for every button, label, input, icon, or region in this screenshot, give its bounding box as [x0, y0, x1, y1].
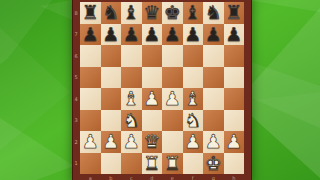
piece-white-bishop-icon: ♝ [183, 88, 204, 110]
square-e4[interactable]: ♟ [162, 88, 183, 110]
square-b7[interactable]: ♟ [101, 24, 122, 46]
piece-white-pawn-icon: ♟ [162, 88, 183, 110]
file-label-b: b [101, 174, 122, 180]
square-b8[interactable]: ♞ [101, 2, 122, 24]
piece-white-rook-icon: ♜ [142, 153, 163, 175]
file-label-e: e [162, 174, 183, 180]
square-d8[interactable]: ♛ [142, 2, 163, 24]
square-h2[interactable]: ♟ [224, 131, 245, 153]
square-a3[interactable] [80, 110, 101, 132]
file-labels: abcdefgh [80, 174, 244, 180]
square-b1[interactable] [101, 153, 122, 175]
piece-white-pawn-icon: ♟ [203, 131, 224, 153]
piece-black-pawn-icon: ♟ [121, 24, 142, 46]
piece-black-pawn-icon: ♟ [183, 24, 204, 46]
square-f3[interactable]: ♞ [183, 110, 204, 132]
file-label-f: f [183, 174, 204, 180]
rank-label-3: 3 [72, 110, 80, 132]
piece-white-pawn-icon: ♟ [101, 131, 122, 153]
file-label-g: g [203, 174, 224, 180]
square-f5[interactable] [183, 67, 204, 89]
square-f7[interactable]: ♟ [183, 24, 204, 46]
square-e1[interactable]: ♜ [162, 153, 183, 175]
square-g7[interactable]: ♟ [203, 24, 224, 46]
square-d4[interactable]: ♟ [142, 88, 163, 110]
square-h7[interactable]: ♟ [224, 24, 245, 46]
square-c3[interactable]: ♞ [121, 110, 142, 132]
square-f6[interactable] [183, 45, 204, 67]
square-b5[interactable] [101, 67, 122, 89]
square-g2[interactable]: ♟ [203, 131, 224, 153]
piece-black-rook-icon: ♜ [224, 2, 245, 24]
square-g4[interactable] [203, 88, 224, 110]
square-b3[interactable] [101, 110, 122, 132]
square-a5[interactable] [80, 67, 101, 89]
square-h8[interactable]: ♜ [224, 2, 245, 24]
square-f8[interactable]: ♝ [183, 2, 204, 24]
piece-black-pawn-icon: ♟ [101, 24, 122, 46]
square-e6[interactable] [162, 45, 183, 67]
piece-black-king-icon: ♚ [162, 2, 183, 24]
piece-white-queen-icon: ♛ [142, 131, 163, 153]
piece-white-bishop-icon: ♝ [121, 88, 142, 110]
piece-white-knight-icon: ♞ [121, 110, 142, 132]
rank-label-2: 2 [72, 131, 80, 153]
square-a8[interactable]: ♜ [80, 2, 101, 24]
square-f2[interactable]: ♟ [183, 131, 204, 153]
piece-black-pawn-icon: ♟ [162, 24, 183, 46]
piece-white-rook-icon: ♜ [162, 153, 183, 175]
board-grid: ♜♞♝♛♚♝♞♜♟♟♟♟♟♟♟♟♝♟♟♝♞♞♟♟♟♛♟♟♟♜♜♚ [80, 2, 244, 174]
square-c6[interactable] [121, 45, 142, 67]
square-c4[interactable]: ♝ [121, 88, 142, 110]
rank-label-4: 4 [72, 88, 80, 110]
rank-labels: 87654321 [72, 2, 80, 174]
piece-black-pawn-icon: ♟ [142, 24, 163, 46]
piece-black-bishop-icon: ♝ [121, 2, 142, 24]
square-f4[interactable]: ♝ [183, 88, 204, 110]
square-g8[interactable]: ♞ [203, 2, 224, 24]
rank-label-7: 7 [72, 24, 80, 46]
square-c2[interactable]: ♟ [121, 131, 142, 153]
piece-black-pawn-icon: ♟ [80, 24, 101, 46]
square-a6[interactable] [80, 45, 101, 67]
square-b2[interactable]: ♟ [101, 131, 122, 153]
piece-white-pawn-icon: ♟ [224, 131, 245, 153]
file-label-c: c [121, 174, 142, 180]
square-e3[interactable] [162, 110, 183, 132]
square-g5[interactable] [203, 67, 224, 89]
piece-white-pawn-icon: ♟ [80, 131, 101, 153]
rank-label-5: 5 [72, 67, 80, 89]
square-c7[interactable]: ♟ [121, 24, 142, 46]
square-h5[interactable] [224, 67, 245, 89]
square-d5[interactable] [142, 67, 163, 89]
piece-black-rook-icon: ♜ [80, 2, 101, 24]
square-g3[interactable] [203, 110, 224, 132]
square-a1[interactable] [80, 153, 101, 175]
square-b4[interactable] [101, 88, 122, 110]
piece-white-pawn-icon: ♟ [142, 88, 163, 110]
square-h3[interactable] [224, 110, 245, 132]
square-c5[interactable] [121, 67, 142, 89]
square-h4[interactable] [224, 88, 245, 110]
piece-white-pawn-icon: ♟ [121, 131, 142, 153]
rank-label-6: 6 [72, 45, 80, 67]
piece-white-king-icon: ♚ [203, 153, 224, 175]
square-h1[interactable] [224, 153, 245, 175]
square-a4[interactable] [80, 88, 101, 110]
square-g1[interactable]: ♚ [203, 153, 224, 175]
square-g6[interactable] [203, 45, 224, 67]
square-a7[interactable]: ♟ [80, 24, 101, 46]
square-e8[interactable]: ♚ [162, 2, 183, 24]
square-e5[interactable] [162, 67, 183, 89]
square-a2[interactable]: ♟ [80, 131, 101, 153]
piece-white-pawn-icon: ♟ [183, 131, 204, 153]
square-c1[interactable] [121, 153, 142, 175]
piece-black-bishop-icon: ♝ [183, 2, 204, 24]
file-label-h: h [224, 174, 245, 180]
square-e7[interactable]: ♟ [162, 24, 183, 46]
piece-black-queen-icon: ♛ [142, 2, 163, 24]
square-d6[interactable] [142, 45, 163, 67]
square-d3[interactable] [142, 110, 163, 132]
square-c8[interactable]: ♝ [121, 2, 142, 24]
square-b6[interactable] [101, 45, 122, 67]
square-f1[interactable] [183, 153, 204, 175]
screenshot-stage: 87654321 ♜♞♝♛♚♝♞♜♟♟♟♟♟♟♟♟♝♟♟♝♞♞♟♟♟♛♟♟♟♜♜… [0, 0, 320, 180]
file-label-a: a [80, 174, 101, 180]
rank-label-1: 1 [72, 153, 80, 175]
piece-black-pawn-icon: ♟ [224, 24, 245, 46]
square-d1[interactable]: ♜ [142, 153, 163, 175]
square-h6[interactable] [224, 45, 245, 67]
square-d7[interactable]: ♟ [142, 24, 163, 46]
square-e2[interactable] [162, 131, 183, 153]
rank-label-8: 8 [72, 2, 80, 24]
piece-white-knight-icon: ♞ [183, 110, 204, 132]
square-d2[interactable]: ♛ [142, 131, 163, 153]
piece-black-knight-icon: ♞ [101, 2, 122, 24]
piece-black-knight-icon: ♞ [203, 2, 224, 24]
piece-black-pawn-icon: ♟ [203, 24, 224, 46]
file-label-d: d [142, 174, 163, 180]
chess-board: 87654321 ♜♞♝♛♚♝♞♜♟♟♟♟♟♟♟♟♝♟♟♝♞♞♟♟♟♛♟♟♟♜♜… [72, 0, 252, 180]
